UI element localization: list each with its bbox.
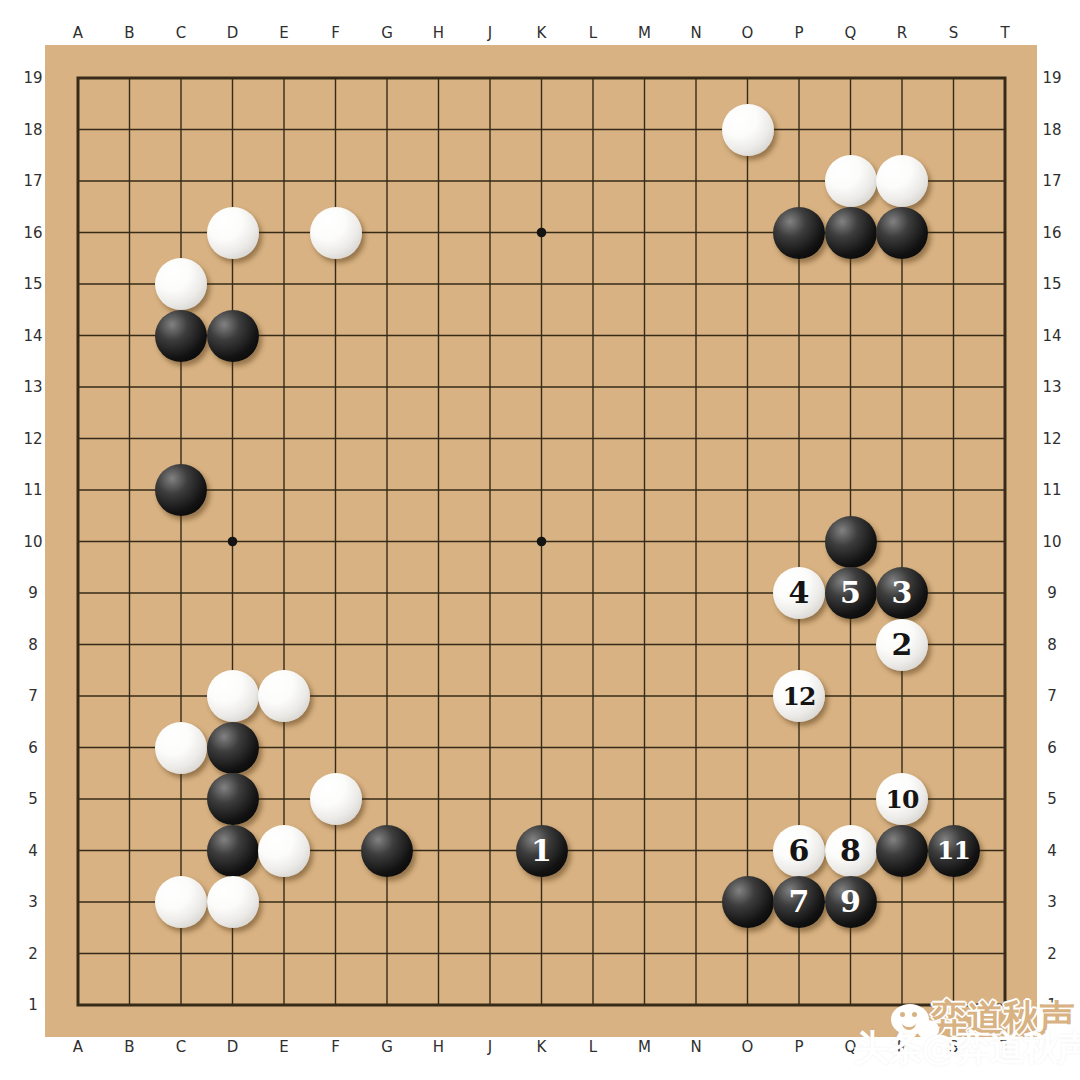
coordinate-label: 2 — [28, 945, 38, 963]
coordinate-label: 19 — [23, 69, 42, 87]
coordinate-label: 15 — [23, 275, 42, 293]
coordinate-label: 19 — [1042, 69, 1061, 87]
coordinate-label: 16 — [1042, 224, 1061, 242]
coordinate-label: 7 — [28, 687, 38, 705]
coordinate-label: 2 — [1047, 945, 1057, 963]
coordinate-label: 14 — [1042, 327, 1061, 345]
stone-white-D16 — [207, 207, 259, 259]
stone-white-F5 — [310, 773, 362, 825]
stone-black-R9: 3 — [876, 567, 928, 619]
coordinate-label: 9 — [1047, 584, 1057, 602]
coordinate-label: M — [638, 1038, 651, 1056]
stone-white-R17 — [876, 155, 928, 207]
coordinate-label: 7 — [1047, 687, 1057, 705]
move-number: 11 — [937, 838, 970, 863]
coordinate-label: 8 — [1047, 636, 1057, 654]
coordinate-label: 10 — [1042, 533, 1061, 551]
move-number: 3 — [892, 578, 913, 608]
coordinate-label: 15 — [1042, 275, 1061, 293]
coordinate-label: 3 — [1047, 893, 1057, 911]
move-number: 2 — [892, 630, 913, 660]
move-number: 9 — [840, 887, 861, 917]
coordinate-label: P — [794, 24, 803, 42]
stone-white-D3 — [207, 876, 259, 928]
move-number: 10 — [886, 787, 919, 812]
coordinate-label: B — [124, 1038, 134, 1056]
coordinate-label: 9 — [28, 584, 38, 602]
coordinate-label: D — [227, 24, 239, 42]
coordinate-label: 14 — [23, 327, 42, 345]
coordinate-label: 13 — [23, 378, 42, 396]
stone-black-C14 — [155, 310, 207, 362]
stones-layer: 453212101681179 — [52, 52, 1031, 1031]
coordinate-label: P — [794, 1038, 803, 1056]
face-eye-left — [900, 1012, 905, 1017]
go-diagram: 453212101681179 ABCDEFGHJKLMNOPQRST ABCD… — [0, 0, 1080, 1080]
stone-black-D5 — [207, 773, 259, 825]
move-number: 6 — [789, 836, 810, 866]
coordinate-label: 5 — [1047, 790, 1057, 808]
move-number: 7 — [789, 887, 810, 917]
coordinate-label: 4 — [1047, 842, 1057, 860]
coordinate-label: C — [176, 24, 186, 42]
coordinate-label: O — [742, 1038, 754, 1056]
stone-black-O3 — [722, 876, 774, 928]
coordinate-label: 18 — [1042, 121, 1061, 139]
stone-white-P7: 12 — [773, 670, 825, 722]
stone-black-Q16 — [825, 207, 877, 259]
coordinate-label: K — [537, 1038, 547, 1056]
coordinate-label: 12 — [1042, 430, 1061, 448]
coordinate-label: F — [331, 24, 340, 42]
face-eye-right — [912, 1012, 917, 1017]
coordinate-label: 10 — [23, 533, 42, 551]
coordinate-label: 8 — [28, 636, 38, 654]
stone-white-R8: 2 — [876, 619, 928, 671]
coordinate-label: 13 — [1042, 378, 1061, 396]
coordinate-label: C — [176, 1038, 186, 1056]
coordinate-label: 18 — [23, 121, 42, 139]
stone-white-Q17 — [825, 155, 877, 207]
coordinate-label: 11 — [23, 481, 42, 499]
stone-black-D6 — [207, 722, 259, 774]
coordinate-label: N — [690, 24, 701, 42]
coordinate-label: E — [279, 24, 288, 42]
coordinate-label: S — [949, 24, 959, 42]
stone-white-D7 — [207, 670, 259, 722]
coordinate-label: L — [589, 24, 597, 42]
coordinate-label: 6 — [28, 739, 38, 757]
coordinate-label: B — [124, 24, 134, 42]
move-number: 8 — [840, 836, 861, 866]
stone-black-Q3: 9 — [825, 876, 877, 928]
coordinate-label: 4 — [28, 842, 38, 860]
stone-white-E4 — [258, 825, 310, 877]
coordinate-label: 6 — [1047, 739, 1057, 757]
stone-black-S4: 11 — [928, 825, 980, 877]
coordinate-label: N — [690, 1038, 701, 1056]
stone-black-Q10 — [825, 516, 877, 568]
watermark-text: 头条@弈道秋声 — [853, 1024, 1080, 1073]
coordinate-label: 3 — [28, 893, 38, 911]
coordinate-label: G — [381, 24, 393, 42]
coordinate-label: G — [381, 1038, 393, 1056]
stone-black-P3: 7 — [773, 876, 825, 928]
coordinate-label: 5 — [28, 790, 38, 808]
stone-black-P16 — [773, 207, 825, 259]
coordinate-label: F — [331, 1038, 340, 1056]
coordinate-label: 12 — [23, 430, 42, 448]
coordinate-label: H — [433, 1038, 444, 1056]
coordinate-label: D — [227, 1038, 239, 1056]
stone-black-D4 — [207, 825, 259, 877]
coordinate-label: R — [897, 24, 907, 42]
coordinate-label: 16 — [23, 224, 42, 242]
stone-black-Q9: 5 — [825, 567, 877, 619]
stone-white-P9: 4 — [773, 567, 825, 619]
coordinate-label: 1 — [28, 996, 38, 1014]
coordinate-label: 17 — [23, 172, 42, 190]
stone-white-C6 — [155, 722, 207, 774]
stone-black-D14 — [207, 310, 259, 362]
coordinate-label: H — [433, 24, 444, 42]
move-number: 5 — [840, 578, 861, 608]
coordinate-label: A — [73, 24, 83, 42]
move-number: 12 — [783, 684, 816, 709]
stone-black-G4 — [361, 825, 413, 877]
watermark: 弈道秋声 头条@弈道秋声 — [845, 988, 1080, 1080]
stone-black-R16 — [876, 207, 928, 259]
stone-white-P4: 6 — [773, 825, 825, 877]
stone-black-C11 — [155, 464, 207, 516]
coordinate-label: A — [73, 1038, 83, 1056]
coordinate-label: J — [488, 24, 492, 42]
coordinate-label: L — [589, 1038, 597, 1056]
move-number: 1 — [531, 836, 552, 866]
coordinate-label: K — [537, 24, 547, 42]
coordinate-label: 11 — [1042, 481, 1061, 499]
stone-white-F16 — [310, 207, 362, 259]
stone-black-R4 — [876, 825, 928, 877]
coordinate-label: O — [742, 24, 754, 42]
coordinate-label: M — [638, 24, 651, 42]
stone-white-Q4: 8 — [825, 825, 877, 877]
coordinate-label: J — [488, 1038, 492, 1056]
coordinate-label: T — [1000, 24, 1009, 42]
move-number: 4 — [789, 578, 810, 608]
stone-white-E7 — [258, 670, 310, 722]
stone-white-R5: 10 — [876, 773, 928, 825]
stone-black-K4: 1 — [516, 825, 568, 877]
coordinate-label: 17 — [1042, 172, 1061, 190]
stone-white-C15 — [155, 258, 207, 310]
stone-white-C3 — [155, 876, 207, 928]
coordinate-label: Q — [845, 24, 857, 42]
coordinate-label: E — [279, 1038, 288, 1056]
stone-white-O18 — [722, 104, 774, 156]
